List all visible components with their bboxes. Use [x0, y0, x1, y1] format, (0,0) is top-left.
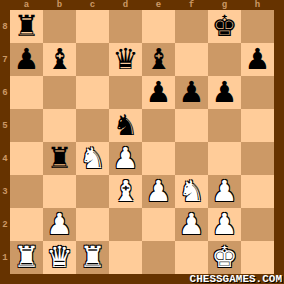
white-pawn-g3: ♟ — [208, 175, 241, 208]
square-a4 — [10, 142, 43, 175]
square-c6 — [76, 76, 109, 109]
white-knight-c4: ♞ — [76, 142, 109, 175]
square-c8 — [76, 10, 109, 43]
square-g2: ♟ — [208, 208, 241, 241]
square-g7 — [208, 43, 241, 76]
chess-board: ♜♚♟♝♛♝♟♟♟♟♞♜♞♟♝♟♞♟♟♟♟♜♛♜♚ — [10, 10, 274, 274]
white-pawn-g2: ♟ — [208, 208, 241, 241]
square-d8 — [109, 10, 142, 43]
white-bishop-d3: ♝ — [109, 175, 142, 208]
square-f3: ♞ — [175, 175, 208, 208]
square-b5 — [43, 109, 76, 142]
square-c2 — [76, 208, 109, 241]
white-pawn-f2: ♟ — [175, 208, 208, 241]
rank-labels: 87654321 — [0, 10, 10, 274]
square-a3 — [10, 175, 43, 208]
square-h6 — [241, 76, 274, 109]
square-g6: ♟ — [208, 76, 241, 109]
square-h1 — [241, 241, 274, 274]
square-c4: ♞ — [76, 142, 109, 175]
black-pawn-f6: ♟ — [175, 76, 208, 109]
square-f6: ♟ — [175, 76, 208, 109]
square-a5 — [10, 109, 43, 142]
square-e7: ♝ — [142, 43, 175, 76]
square-d7: ♛ — [109, 43, 142, 76]
square-e6: ♟ — [142, 76, 175, 109]
square-h3 — [241, 175, 274, 208]
black-bishop-e7: ♝ — [142, 43, 175, 76]
square-e1 — [142, 241, 175, 274]
black-knight-d5: ♞ — [109, 109, 142, 142]
square-a7: ♟ — [10, 43, 43, 76]
black-pawn-a7: ♟ — [10, 43, 43, 76]
white-pawn-e3: ♟ — [142, 175, 175, 208]
white-king-g1: ♚ — [208, 241, 241, 274]
chessgames-branding: CHESSGAMES.COM — [190, 274, 282, 284]
white-queen-b1: ♛ — [43, 241, 76, 274]
black-pawn-e6: ♟ — [142, 76, 175, 109]
square-e5 — [142, 109, 175, 142]
square-h8 — [241, 10, 274, 43]
square-d6 — [109, 76, 142, 109]
black-bishop-b7: ♝ — [43, 43, 76, 76]
square-e2 — [142, 208, 175, 241]
square-c7 — [76, 43, 109, 76]
white-knight-f3: ♞ — [175, 175, 208, 208]
square-f2: ♟ — [175, 208, 208, 241]
square-g3: ♟ — [208, 175, 241, 208]
black-rook-b4: ♜ — [43, 142, 76, 175]
square-c5 — [76, 109, 109, 142]
square-h4 — [241, 142, 274, 175]
white-pawn-d4: ♟ — [109, 142, 142, 175]
black-queen-d7: ♛ — [109, 43, 142, 76]
square-b7: ♝ — [43, 43, 76, 76]
rank-label-8: 8 — [0, 10, 10, 43]
rank-label-5: 5 — [0, 109, 10, 142]
square-d3: ♝ — [109, 175, 142, 208]
square-f4 — [175, 142, 208, 175]
square-g4 — [208, 142, 241, 175]
square-d1 — [109, 241, 142, 274]
square-b6 — [43, 76, 76, 109]
square-e4 — [142, 142, 175, 175]
white-pawn-b2: ♟ — [43, 208, 76, 241]
square-g8: ♚ — [208, 10, 241, 43]
square-d4: ♟ — [109, 142, 142, 175]
square-b8 — [43, 10, 76, 43]
square-b3 — [43, 175, 76, 208]
chess-board-frame: abcdefgh 87654321 ♜♚♟♝♛♝♟♟♟♟♞♜♞♟♝♟♞♟♟♟♟♜… — [0, 0, 284, 284]
square-b1: ♛ — [43, 241, 76, 274]
square-f1 — [175, 241, 208, 274]
black-pawn-g6: ♟ — [208, 76, 241, 109]
rank-label-7: 7 — [0, 43, 10, 76]
square-h5 — [241, 109, 274, 142]
square-h2 — [241, 208, 274, 241]
rank-label-3: 3 — [0, 175, 10, 208]
rank-label-1: 1 — [0, 241, 10, 274]
square-c3 — [76, 175, 109, 208]
square-a6 — [10, 76, 43, 109]
square-a2 — [10, 208, 43, 241]
black-pawn-h7: ♟ — [241, 43, 274, 76]
square-a1: ♜ — [10, 241, 43, 274]
square-b2: ♟ — [43, 208, 76, 241]
square-e8 — [142, 10, 175, 43]
black-rook-a8: ♜ — [10, 10, 43, 43]
rank-label-4: 4 — [0, 142, 10, 175]
white-rook-a1: ♜ — [10, 241, 43, 274]
square-g1: ♚ — [208, 241, 241, 274]
square-c1: ♜ — [76, 241, 109, 274]
square-f7 — [175, 43, 208, 76]
square-d2 — [109, 208, 142, 241]
rank-label-6: 6 — [0, 76, 10, 109]
square-e3: ♟ — [142, 175, 175, 208]
square-a8: ♜ — [10, 10, 43, 43]
square-b4: ♜ — [43, 142, 76, 175]
white-rook-c1: ♜ — [76, 241, 109, 274]
square-h7: ♟ — [241, 43, 274, 76]
square-g5 — [208, 109, 241, 142]
square-f8 — [175, 10, 208, 43]
square-f5 — [175, 109, 208, 142]
black-king-g8: ♚ — [208, 10, 241, 43]
square-d5: ♞ — [109, 109, 142, 142]
rank-label-2: 2 — [0, 208, 10, 241]
